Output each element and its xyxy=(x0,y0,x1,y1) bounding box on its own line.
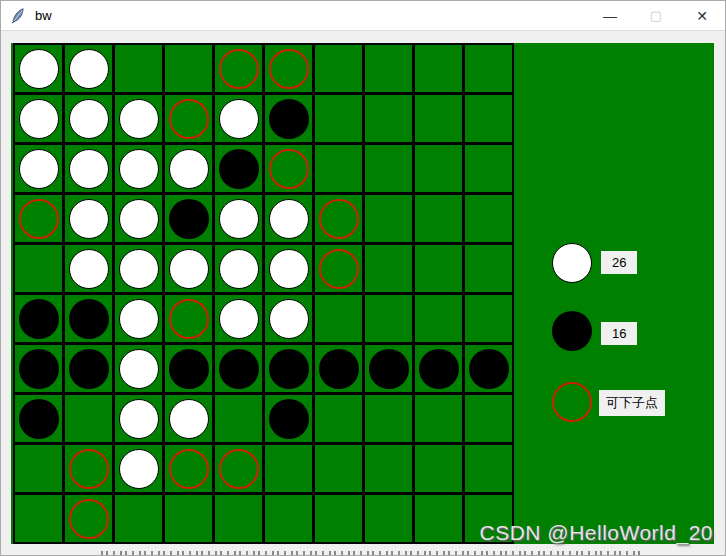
black-disc xyxy=(219,349,259,389)
board-cell[interactable] xyxy=(465,345,512,392)
board-cell[interactable] xyxy=(415,145,462,192)
board-cell[interactable] xyxy=(315,395,362,442)
board-cell[interactable] xyxy=(65,495,112,542)
white-disc xyxy=(269,199,309,239)
board-cell[interactable] xyxy=(115,145,162,192)
board-cell[interactable] xyxy=(315,345,362,392)
white-disc xyxy=(19,149,59,189)
board-cell[interactable] xyxy=(365,345,412,392)
board-cell[interactable] xyxy=(215,145,262,192)
close-button[interactable]: ✕ xyxy=(679,1,725,30)
board-cell[interactable] xyxy=(365,195,412,242)
board-cell[interactable] xyxy=(165,245,212,292)
board-cell[interactable] xyxy=(415,345,462,392)
board-cell[interactable] xyxy=(115,195,162,242)
board-cell[interactable] xyxy=(465,245,512,292)
tk-feather-icon xyxy=(10,8,26,24)
board-cell[interactable] xyxy=(15,245,62,292)
white-disc xyxy=(169,149,209,189)
board-cell[interactable] xyxy=(15,45,62,92)
maximize-button[interactable]: ▢ xyxy=(633,1,679,30)
board-cell[interactable] xyxy=(15,395,62,442)
board-cell[interactable] xyxy=(465,445,512,492)
black-disc xyxy=(469,349,509,389)
board-cell[interactable] xyxy=(365,95,412,142)
legal-move-marker xyxy=(69,499,109,539)
black-disc xyxy=(169,349,209,389)
board-cell[interactable] xyxy=(65,95,112,142)
white-disc xyxy=(169,399,209,439)
black-disc xyxy=(19,349,59,389)
legal-move-marker xyxy=(169,449,209,489)
board-cell[interactable] xyxy=(265,195,312,242)
white-disc xyxy=(219,249,259,289)
board-cell[interactable] xyxy=(365,445,412,492)
board-cell[interactable] xyxy=(115,45,162,92)
black-disc xyxy=(369,349,409,389)
black-disc xyxy=(419,349,459,389)
board-cell[interactable] xyxy=(415,295,462,342)
legal-move-marker xyxy=(269,149,309,189)
board-cell[interactable] xyxy=(265,45,312,92)
board-cell[interactable] xyxy=(265,295,312,342)
black-disc xyxy=(269,399,309,439)
board-cell[interactable] xyxy=(415,195,462,242)
legal-move-marker xyxy=(19,199,59,239)
board-cell[interactable] xyxy=(365,45,412,92)
board-cell[interactable] xyxy=(215,195,262,242)
board-cell[interactable] xyxy=(15,345,62,392)
board-cell[interactable] xyxy=(465,95,512,142)
white-disc xyxy=(119,399,159,439)
board-cell[interactable] xyxy=(215,245,262,292)
white-disc xyxy=(69,149,109,189)
board-cell[interactable] xyxy=(15,95,62,142)
board-cell[interactable] xyxy=(265,345,312,392)
board-cell[interactable] xyxy=(165,195,212,242)
board-cell[interactable] xyxy=(65,345,112,392)
board-cell[interactable] xyxy=(465,45,512,92)
legal-move-marker xyxy=(169,99,209,139)
board-cell[interactable] xyxy=(115,345,162,392)
board-cell[interactable] xyxy=(115,295,162,342)
legal-move-marker xyxy=(169,299,209,339)
black-disc xyxy=(69,299,109,339)
reversi-board xyxy=(13,43,514,544)
white-disc xyxy=(119,299,159,339)
legal-move-marker xyxy=(269,49,309,89)
board-cell[interactable] xyxy=(215,295,262,342)
white-disc xyxy=(269,249,309,289)
titlebar: bw — ▢ ✕ xyxy=(1,1,725,31)
board-cell[interactable] xyxy=(265,495,312,542)
board-cell[interactable] xyxy=(415,395,462,442)
board-cell[interactable] xyxy=(465,395,512,442)
board-cell[interactable] xyxy=(165,295,212,342)
board-cell[interactable] xyxy=(65,395,112,442)
board-cell[interactable] xyxy=(165,495,212,542)
black-disc xyxy=(219,149,259,189)
board-cell[interactable] xyxy=(415,45,462,92)
board-cell[interactable] xyxy=(15,445,62,492)
board-cell[interactable] xyxy=(115,95,162,142)
black-disc xyxy=(19,399,59,439)
board-cell[interactable] xyxy=(265,145,312,192)
board-cell[interactable] xyxy=(65,45,112,92)
board-cell[interactable] xyxy=(265,95,312,142)
board-cell[interactable] xyxy=(115,395,162,442)
board-cell[interactable] xyxy=(215,345,262,392)
board-cell[interactable] xyxy=(15,145,62,192)
board-cell[interactable] xyxy=(215,95,262,142)
white-count-label: 26 xyxy=(601,251,637,274)
board-cell[interactable] xyxy=(415,495,462,542)
board-cell[interactable] xyxy=(365,295,412,342)
white-disc xyxy=(119,199,159,239)
board-cell[interactable] xyxy=(115,245,162,292)
board-cell[interactable] xyxy=(115,445,162,492)
board-cell[interactable] xyxy=(315,195,362,242)
white-disc xyxy=(69,249,109,289)
legal-move-marker xyxy=(219,49,259,89)
game-canvas: 26 16 可下子点 CSDN @HelloWorld_20 xyxy=(11,43,714,544)
black-score-disc xyxy=(552,311,592,351)
board-cell[interactable] xyxy=(65,245,112,292)
board-cell[interactable] xyxy=(65,195,112,242)
board-cell[interactable] xyxy=(215,45,262,92)
board-cell[interactable] xyxy=(265,395,312,442)
legal-move-legend-icon xyxy=(552,382,592,422)
board-cell[interactable] xyxy=(165,45,212,92)
white-disc xyxy=(169,249,209,289)
board-cell[interactable] xyxy=(215,395,262,442)
black-disc xyxy=(269,349,309,389)
white-disc xyxy=(119,99,159,139)
board-cell[interactable] xyxy=(165,95,212,142)
white-disc xyxy=(19,49,59,89)
board-cell[interactable] xyxy=(165,345,212,392)
black-disc xyxy=(169,199,209,239)
white-disc xyxy=(69,49,109,89)
board-cell[interactable] xyxy=(15,495,62,542)
board-cell[interactable] xyxy=(415,445,462,492)
white-disc xyxy=(69,199,109,239)
board-cell[interactable] xyxy=(165,145,212,192)
board-cell[interactable] xyxy=(165,445,212,492)
board-cell[interactable] xyxy=(415,245,462,292)
board-cell[interactable] xyxy=(365,145,412,192)
white-disc xyxy=(119,249,159,289)
board-cell[interactable] xyxy=(315,495,362,542)
board-cell[interactable] xyxy=(215,495,262,542)
board-cell[interactable] xyxy=(265,445,312,492)
white-disc xyxy=(19,99,59,139)
white-disc xyxy=(219,99,259,139)
black-disc xyxy=(69,349,109,389)
white-disc xyxy=(69,99,109,139)
board-cell[interactable] xyxy=(365,245,412,292)
legal-move-marker xyxy=(319,249,359,289)
board-cell[interactable] xyxy=(65,445,112,492)
white-score-disc xyxy=(552,243,592,283)
board-cell[interactable] xyxy=(315,145,362,192)
board-cell[interactable] xyxy=(315,95,362,142)
board-cell[interactable] xyxy=(465,195,512,242)
board-cell[interactable] xyxy=(315,295,362,342)
board-cell[interactable] xyxy=(465,145,512,192)
board-cell[interactable] xyxy=(415,95,462,142)
minimize-button[interactable]: — xyxy=(587,1,633,30)
board-cell[interactable] xyxy=(365,495,412,542)
white-disc xyxy=(219,199,259,239)
board-cell[interactable] xyxy=(15,195,62,242)
clipped-caption-fragment xyxy=(101,551,641,555)
window-content: 26 16 可下子点 CSDN @HelloWorld_20 xyxy=(1,31,725,555)
black-count-label: 16 xyxy=(601,322,637,345)
board-cell[interactable] xyxy=(365,395,412,442)
black-disc xyxy=(19,299,59,339)
white-disc xyxy=(269,299,309,339)
board-cell[interactable] xyxy=(15,295,62,342)
legal-move-legend-label: 可下子点 xyxy=(599,390,665,416)
board-cell[interactable] xyxy=(315,45,362,92)
board-cell[interactable] xyxy=(215,445,262,492)
board-cell[interactable] xyxy=(65,145,112,192)
csdn-watermark: CSDN @HelloWorld_20 xyxy=(479,521,713,545)
board-cell[interactable] xyxy=(265,245,312,292)
black-disc xyxy=(319,349,359,389)
window-title: bw xyxy=(35,8,52,23)
black-disc xyxy=(269,99,309,139)
legal-move-marker xyxy=(69,449,109,489)
app-window: bw — ▢ ✕ 26 16 可下子点 CSDN @HelloWorld_20 xyxy=(0,0,726,556)
white-disc xyxy=(119,349,159,389)
board-cell[interactable] xyxy=(115,495,162,542)
board-cell[interactable] xyxy=(315,445,362,492)
board-cell[interactable] xyxy=(315,245,362,292)
white-disc xyxy=(119,149,159,189)
board-cell[interactable] xyxy=(65,295,112,342)
board-cell[interactable] xyxy=(465,295,512,342)
white-disc xyxy=(119,449,159,489)
legal-move-marker xyxy=(319,199,359,239)
white-disc xyxy=(219,299,259,339)
legal-move-marker xyxy=(219,449,259,489)
board-cell[interactable] xyxy=(165,395,212,442)
